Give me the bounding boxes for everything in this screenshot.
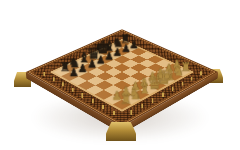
border-pin [82,93,84,98]
border-pin [181,82,183,86]
brass-foot-bottom [106,122,136,141]
border-pin [102,105,104,110]
border-pin [113,111,115,116]
border-pin [92,99,94,104]
border-pin [62,82,64,86]
border-pin [191,76,193,80]
border-pin [200,71,202,75]
border-pin [72,88,74,92]
border-pin [53,77,55,81]
border-pin [141,104,143,109]
border-pin [152,98,154,103]
border-pin [162,93,164,98]
border-pin [130,110,132,115]
border-pin [172,87,174,91]
chess-set-product-photo: ♜♞♝♛♚♝♞♜♟♟♟♟♟♟♟♟♟♟♟♟♟♟♟♟♜♞♝♛♚♝♞♜ [0,0,240,150]
border-pin [43,72,45,76]
